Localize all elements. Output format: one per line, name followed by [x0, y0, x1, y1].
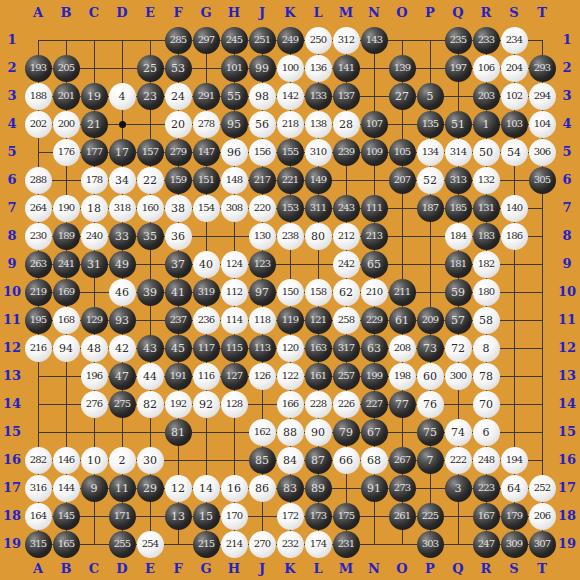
stone-Q7[interactable]: 185: [445, 195, 472, 222]
stone-D7[interactable]: 318: [109, 195, 136, 222]
stone-L19[interactable]: 174: [305, 531, 332, 558]
stone-R2[interactable]: 106: [473, 55, 500, 82]
stone-K2[interactable]: 100: [277, 55, 304, 82]
stone-R11[interactable]: 58: [473, 307, 500, 334]
stone-L10[interactable]: 158: [305, 279, 332, 306]
row-label-right-19: 19: [555, 535, 579, 553]
column-label-bottom-L: L: [304, 560, 332, 578]
stone-K18[interactable]: 172: [277, 503, 304, 530]
stone-L5[interactable]: 310: [305, 139, 332, 166]
stone-O2[interactable]: 139: [389, 55, 416, 82]
stone-N4[interactable]: 107: [361, 111, 388, 138]
stone-H10[interactable]: 112: [221, 279, 248, 306]
stone-C17[interactable]: 9: [81, 475, 108, 502]
stone-H11[interactable]: 114: [221, 307, 248, 334]
stone-B10[interactable]: 169: [53, 279, 80, 306]
stone-F8[interactable]: 36: [165, 223, 192, 250]
stone-J17[interactable]: 86: [249, 475, 276, 502]
stone-N16[interactable]: 68: [361, 447, 388, 474]
stone-R14[interactable]: 70: [473, 391, 500, 418]
stone-P11[interactable]: 209: [417, 307, 444, 334]
stone-L4[interactable]: 138: [305, 111, 332, 138]
stone-D11[interactable]: 93: [109, 307, 136, 334]
stone-S7[interactable]: 140: [501, 195, 528, 222]
row-label-left-16: 16: [0, 451, 24, 469]
stone-F7[interactable]: 38: [165, 195, 192, 222]
stone-R18[interactable]: 167: [473, 503, 500, 530]
stone-K4[interactable]: 218: [277, 111, 304, 138]
stone-R3[interactable]: 203: [473, 83, 500, 110]
stone-P15[interactable]: 75: [417, 419, 444, 446]
stone-N12[interactable]: 63: [361, 335, 388, 362]
stone-E12[interactable]: 43: [137, 335, 164, 362]
stone-K3[interactable]: 142: [277, 83, 304, 110]
stone-H1[interactable]: 245: [221, 27, 248, 54]
stone-R13[interactable]: 78: [473, 363, 500, 390]
stone-A4[interactable]: 202: [25, 111, 52, 138]
stone-E13[interactable]: 44: [137, 363, 164, 390]
stone-C7[interactable]: 18: [81, 195, 108, 222]
stone-Q1[interactable]: 235: [445, 27, 472, 54]
stone-E7[interactable]: 160: [137, 195, 164, 222]
stone-K14[interactable]: 166: [277, 391, 304, 418]
stone-O11[interactable]: 61: [389, 307, 416, 334]
stone-D10[interactable]: 46: [109, 279, 136, 306]
stone-Q8[interactable]: 184: [445, 223, 472, 250]
column-label-bottom-A: A: [24, 560, 52, 578]
stone-N1[interactable]: 143: [361, 27, 388, 54]
stone-N15[interactable]: 67: [361, 419, 388, 446]
stone-C8[interactable]: 240: [81, 223, 108, 250]
stone-D16[interactable]: 2: [109, 447, 136, 474]
stone-H7[interactable]: 308: [221, 195, 248, 222]
stone-K1[interactable]: 249: [277, 27, 304, 54]
stone-F15[interactable]: 81: [165, 419, 192, 446]
stone-P3[interactable]: 5: [417, 83, 444, 110]
stone-L7[interactable]: 311: [305, 195, 332, 222]
stone-L17[interactable]: 89: [305, 475, 332, 502]
stone-M5[interactable]: 239: [333, 139, 360, 166]
stone-R16[interactable]: 248: [473, 447, 500, 474]
stone-J16[interactable]: 85: [249, 447, 276, 474]
stone-M7[interactable]: 243: [333, 195, 360, 222]
stone-K17[interactable]: 83: [277, 475, 304, 502]
stone-G9[interactable]: 40: [193, 251, 220, 278]
stone-R10[interactable]: 180: [473, 279, 500, 306]
stone-T18[interactable]: 206: [529, 503, 556, 530]
stone-M12[interactable]: 317: [333, 335, 360, 362]
stone-B4[interactable]: 200: [53, 111, 80, 138]
stone-S19[interactable]: 309: [501, 531, 528, 558]
stone-J8[interactable]: 130: [249, 223, 276, 250]
stone-F17[interactable]: 12: [165, 475, 192, 502]
stone-R6[interactable]: 132: [473, 167, 500, 194]
stone-F12[interactable]: 45: [165, 335, 192, 362]
stone-E8[interactable]: 35: [137, 223, 164, 250]
stone-A16[interactable]: 282: [25, 447, 52, 474]
stone-H5[interactable]: 96: [221, 139, 248, 166]
stone-S18[interactable]: 179: [501, 503, 528, 530]
stone-N17[interactable]: 91: [361, 475, 388, 502]
stone-C6[interactable]: 178: [81, 167, 108, 194]
stone-O18[interactable]: 261: [389, 503, 416, 530]
stone-A6[interactable]: 288: [25, 167, 52, 194]
stone-M9[interactable]: 242: [333, 251, 360, 278]
stone-A7[interactable]: 264: [25, 195, 52, 222]
stone-H6[interactable]: 148: [221, 167, 248, 194]
stone-O14[interactable]: 77: [389, 391, 416, 418]
stone-Q6[interactable]: 313: [445, 167, 472, 194]
stone-Q12[interactable]: 72: [445, 335, 472, 362]
stone-F13[interactable]: 191: [165, 363, 192, 390]
stone-R1[interactable]: 233: [473, 27, 500, 54]
stone-E17[interactable]: 29: [137, 475, 164, 502]
stone-N9[interactable]: 65: [361, 251, 388, 278]
stone-E3[interactable]: 23: [137, 83, 164, 110]
stone-S4[interactable]: 103: [501, 111, 528, 138]
stone-O3[interactable]: 27: [389, 83, 416, 110]
stone-T3[interactable]: 294: [529, 83, 556, 110]
stone-Q13[interactable]: 300: [445, 363, 472, 390]
stone-J11[interactable]: 118: [249, 307, 276, 334]
stone-C16[interactable]: 10: [81, 447, 108, 474]
stone-O10[interactable]: 211: [389, 279, 416, 306]
stone-Q17[interactable]: 3: [445, 475, 472, 502]
stone-A3[interactable]: 188: [25, 83, 52, 110]
stone-B2[interactable]: 205: [53, 55, 80, 82]
stone-H19[interactable]: 214: [221, 531, 248, 558]
stone-G10[interactable]: 319: [193, 279, 220, 306]
stone-M11[interactable]: 258: [333, 307, 360, 334]
stone-D12[interactable]: 42: [109, 335, 136, 362]
stone-B11[interactable]: 168: [53, 307, 80, 334]
stone-P5[interactable]: 134: [417, 139, 444, 166]
stone-G14[interactable]: 92: [193, 391, 220, 418]
stone-A8[interactable]: 230: [25, 223, 52, 250]
stone-J4[interactable]: 56: [249, 111, 276, 138]
row-label-right-13: 13: [555, 367, 579, 385]
stone-J15[interactable]: 162: [249, 419, 276, 446]
stone-F11[interactable]: 237: [165, 307, 192, 334]
stone-D13[interactable]: 47: [109, 363, 136, 390]
stone-O12[interactable]: 208: [389, 335, 416, 362]
stone-J13[interactable]: 126: [249, 363, 276, 390]
stone-N13[interactable]: 199: [361, 363, 388, 390]
stone-J2[interactable]: 99: [249, 55, 276, 82]
stone-D17[interactable]: 11: [109, 475, 136, 502]
stone-Q11[interactable]: 57: [445, 307, 472, 334]
stone-C13[interactable]: 196: [81, 363, 108, 390]
stone-A17[interactable]: 316: [25, 475, 52, 502]
stone-J9[interactable]: 123: [249, 251, 276, 278]
stone-K16[interactable]: 84: [277, 447, 304, 474]
stone-C3[interactable]: 19: [81, 83, 108, 110]
stone-H9[interactable]: 124: [221, 251, 248, 278]
stone-E2[interactable]: 25: [137, 55, 164, 82]
column-label-top-R: R: [472, 4, 500, 22]
stone-E5[interactable]: 157: [137, 139, 164, 166]
stone-F6[interactable]: 159: [165, 167, 192, 194]
stone-R12[interactable]: 8: [473, 335, 500, 362]
stone-J19[interactable]: 270: [249, 531, 276, 558]
stone-L8[interactable]: 80: [305, 223, 332, 250]
stone-P7[interactable]: 187: [417, 195, 444, 222]
stone-Q5[interactable]: 314: [445, 139, 472, 166]
stone-K19[interactable]: 232: [277, 531, 304, 558]
stone-E14[interactable]: 82: [137, 391, 164, 418]
stone-N10[interactable]: 210: [361, 279, 388, 306]
row-label-right-5: 5: [555, 143, 579, 161]
stone-D8[interactable]: 33: [109, 223, 136, 250]
stone-N5[interactable]: 109: [361, 139, 388, 166]
stone-L15[interactable]: 90: [305, 419, 332, 446]
stone-G7[interactable]: 154: [193, 195, 220, 222]
stone-T6[interactable]: 305: [529, 167, 556, 194]
stone-B16[interactable]: 146: [53, 447, 80, 474]
stone-L3[interactable]: 133: [305, 83, 332, 110]
column-label-top-P: P: [416, 4, 444, 22]
stone-J3[interactable]: 98: [249, 83, 276, 110]
stone-Q10[interactable]: 59: [445, 279, 472, 306]
stone-O13[interactable]: 198: [389, 363, 416, 390]
stone-H3[interactable]: 55: [221, 83, 248, 110]
stone-R5[interactable]: 50: [473, 139, 500, 166]
stone-L16[interactable]: 87: [305, 447, 332, 474]
stone-H18[interactable]: 170: [221, 503, 248, 530]
stone-C9[interactable]: 31: [81, 251, 108, 278]
stone-J10[interactable]: 97: [249, 279, 276, 306]
stone-K11[interactable]: 119: [277, 307, 304, 334]
stone-B18[interactable]: 145: [53, 503, 80, 530]
stone-M8[interactable]: 212: [333, 223, 360, 250]
stone-G4[interactable]: 278: [193, 111, 220, 138]
stone-R15[interactable]: 6: [473, 419, 500, 446]
stone-S17[interactable]: 64: [501, 475, 528, 502]
stone-H17[interactable]: 16: [221, 475, 248, 502]
stone-F4[interactable]: 20: [165, 111, 192, 138]
stone-M18[interactable]: 175: [333, 503, 360, 530]
column-label-bottom-Q: Q: [444, 560, 472, 578]
row-label-right-9: 9: [555, 255, 579, 273]
stone-P16[interactable]: 7: [417, 447, 444, 474]
row-label-left-15: 15: [0, 423, 24, 441]
stone-G19[interactable]: 215: [193, 531, 220, 558]
stone-S1[interactable]: 234: [501, 27, 528, 54]
stone-Q9[interactable]: 181: [445, 251, 472, 278]
stone-G1[interactable]: 297: [193, 27, 220, 54]
stone-P6[interactable]: 52: [417, 167, 444, 194]
stone-M19[interactable]: 231: [333, 531, 360, 558]
stone-Q2[interactable]: 197: [445, 55, 472, 82]
column-label-top-O: O: [388, 4, 416, 22]
stone-B9[interactable]: 241: [53, 251, 80, 278]
stone-M15[interactable]: 79: [333, 419, 360, 446]
stone-G17[interactable]: 14: [193, 475, 220, 502]
stone-A11[interactable]: 195: [25, 307, 52, 334]
stone-J12[interactable]: 113: [249, 335, 276, 362]
row-label-right-8: 8: [555, 227, 579, 245]
stone-O16[interactable]: 267: [389, 447, 416, 474]
stone-K13[interactable]: 122: [277, 363, 304, 390]
stone-S2[interactable]: 204: [501, 55, 528, 82]
stone-O17[interactable]: 273: [389, 475, 416, 502]
stone-F10[interactable]: 41: [165, 279, 192, 306]
stone-K10[interactable]: 150: [277, 279, 304, 306]
column-label-bottom-G: G: [192, 560, 220, 578]
stone-L6[interactable]: 149: [305, 167, 332, 194]
stone-C11[interactable]: 129: [81, 307, 108, 334]
stone-F9[interactable]: 37: [165, 251, 192, 278]
stone-F14[interactable]: 192: [165, 391, 192, 418]
row-label-left-5: 5: [0, 143, 24, 161]
stone-H4[interactable]: 95: [221, 111, 248, 138]
stone-B5[interactable]: 176: [53, 139, 80, 166]
stone-A9[interactable]: 263: [25, 251, 52, 278]
stone-N11[interactable]: 229: [361, 307, 388, 334]
stone-S16[interactable]: 194: [501, 447, 528, 474]
stone-P13[interactable]: 60: [417, 363, 444, 390]
stone-E19[interactable]: 254: [137, 531, 164, 558]
stone-M14[interactable]: 226: [333, 391, 360, 418]
stone-H2[interactable]: 101: [221, 55, 248, 82]
stone-T5[interactable]: 306: [529, 139, 556, 166]
stone-O5[interactable]: 105: [389, 139, 416, 166]
stone-L2[interactable]: 136: [305, 55, 332, 82]
stone-L14[interactable]: 228: [305, 391, 332, 418]
stone-D6[interactable]: 34: [109, 167, 136, 194]
stone-O6[interactable]: 207: [389, 167, 416, 194]
stone-N14[interactable]: 227: [361, 391, 388, 418]
stone-H14[interactable]: 128: [221, 391, 248, 418]
stone-R9[interactable]: 182: [473, 251, 500, 278]
stone-L12[interactable]: 163: [305, 335, 332, 362]
stone-C12[interactable]: 48: [81, 335, 108, 362]
stone-M13[interactable]: 257: [333, 363, 360, 390]
stone-R17[interactable]: 223: [473, 475, 500, 502]
column-label-bottom-R: R: [472, 560, 500, 578]
stone-B12[interactable]: 94: [53, 335, 80, 362]
stone-M3[interactable]: 137: [333, 83, 360, 110]
stone-T17[interactable]: 252: [529, 475, 556, 502]
stone-F3[interactable]: 24: [165, 83, 192, 110]
stone-N8[interactable]: 213: [361, 223, 388, 250]
stone-S8[interactable]: 186: [501, 223, 528, 250]
stone-Q15[interactable]: 74: [445, 419, 472, 446]
stone-M2[interactable]: 141: [333, 55, 360, 82]
stone-C14[interactable]: 276: [81, 391, 108, 418]
stone-F2[interactable]: 53: [165, 55, 192, 82]
stone-B19[interactable]: 165: [53, 531, 80, 558]
stone-K15[interactable]: 88: [277, 419, 304, 446]
stone-E6[interactable]: 22: [137, 167, 164, 194]
stone-G13[interactable]: 116: [193, 363, 220, 390]
stone-D3[interactable]: 4: [109, 83, 136, 110]
stone-L11[interactable]: 121: [305, 307, 332, 334]
stone-H13[interactable]: 127: [221, 363, 248, 390]
stone-S3[interactable]: 102: [501, 83, 528, 110]
stone-J1[interactable]: 251: [249, 27, 276, 54]
stone-Q4[interactable]: 51: [445, 111, 472, 138]
stone-K6[interactable]: 221: [277, 167, 304, 194]
stone-T19[interactable]: 307: [529, 531, 556, 558]
stone-L1[interactable]: 250: [305, 27, 332, 54]
stone-P18[interactable]: 225: [417, 503, 444, 530]
stone-N7[interactable]: 111: [361, 195, 388, 222]
stone-K5[interactable]: 155: [277, 139, 304, 166]
stone-G18[interactable]: 15: [193, 503, 220, 530]
stone-P19[interactable]: 303: [417, 531, 444, 558]
stone-G5[interactable]: 147: [193, 139, 220, 166]
stone-M16[interactable]: 66: [333, 447, 360, 474]
stone-G6[interactable]: 151: [193, 167, 220, 194]
stone-R7[interactable]: 131: [473, 195, 500, 222]
stone-F18[interactable]: 13: [165, 503, 192, 530]
stone-J5[interactable]: 156: [249, 139, 276, 166]
stone-F1[interactable]: 285: [165, 27, 192, 54]
stone-K12[interactable]: 120: [277, 335, 304, 362]
stone-K7[interactable]: 153: [277, 195, 304, 222]
stone-D18[interactable]: 171: [109, 503, 136, 530]
column-label-bottom-H: H: [220, 560, 248, 578]
stone-E16[interactable]: 30: [137, 447, 164, 474]
stone-T4[interactable]: 104: [529, 111, 556, 138]
row-label-right-7: 7: [555, 199, 579, 217]
stone-M4[interactable]: 28: [333, 111, 360, 138]
column-label-bottom-D: D: [108, 560, 136, 578]
stone-D19[interactable]: 255: [109, 531, 136, 558]
stone-J7[interactable]: 220: [249, 195, 276, 222]
stone-M1[interactable]: 312: [333, 27, 360, 54]
row-label-right-15: 15: [555, 423, 579, 441]
stone-E10[interactable]: 39: [137, 279, 164, 306]
stone-B3[interactable]: 201: [53, 83, 80, 110]
stone-D14[interactable]: 275: [109, 391, 136, 418]
stone-D5[interactable]: 17: [109, 139, 136, 166]
stone-D9[interactable]: 49: [109, 251, 136, 278]
stone-G3[interactable]: 291: [193, 83, 220, 110]
stone-A2[interactable]: 193: [25, 55, 52, 82]
row-label-left-12: 12: [0, 339, 24, 357]
stone-A10[interactable]: 219: [25, 279, 52, 306]
stone-P14[interactable]: 76: [417, 391, 444, 418]
stone-L18[interactable]: 173: [305, 503, 332, 530]
stone-Q16[interactable]: 222: [445, 447, 472, 474]
stone-H12[interactable]: 115: [221, 335, 248, 362]
stone-T2[interactable]: 293: [529, 55, 556, 82]
stone-L13[interactable]: 161: [305, 363, 332, 390]
stone-F5[interactable]: 279: [165, 139, 192, 166]
stone-S5[interactable]: 54: [501, 139, 528, 166]
stone-G12[interactable]: 117: [193, 335, 220, 362]
stone-C4[interactable]: 21: [81, 111, 108, 138]
stone-P4[interactable]: 135: [417, 111, 444, 138]
stone-K8[interactable]: 238: [277, 223, 304, 250]
stone-R4[interactable]: 1: [473, 111, 500, 138]
stone-A12[interactable]: 216: [25, 335, 52, 362]
stone-G11[interactable]: 236: [193, 307, 220, 334]
stone-P12[interactable]: 73: [417, 335, 444, 362]
stone-R8[interactable]: 183: [473, 223, 500, 250]
stone-B17[interactable]: 144: [53, 475, 80, 502]
stone-B8[interactable]: 189: [53, 223, 80, 250]
stone-A19[interactable]: 315: [25, 531, 52, 558]
stone-M10[interactable]: 62: [333, 279, 360, 306]
stone-C5[interactable]: 177: [81, 139, 108, 166]
stone-A18[interactable]: 164: [25, 503, 52, 530]
stone-J6[interactable]: 217: [249, 167, 276, 194]
stone-R19[interactable]: 247: [473, 531, 500, 558]
stone-B7[interactable]: 190: [53, 195, 80, 222]
